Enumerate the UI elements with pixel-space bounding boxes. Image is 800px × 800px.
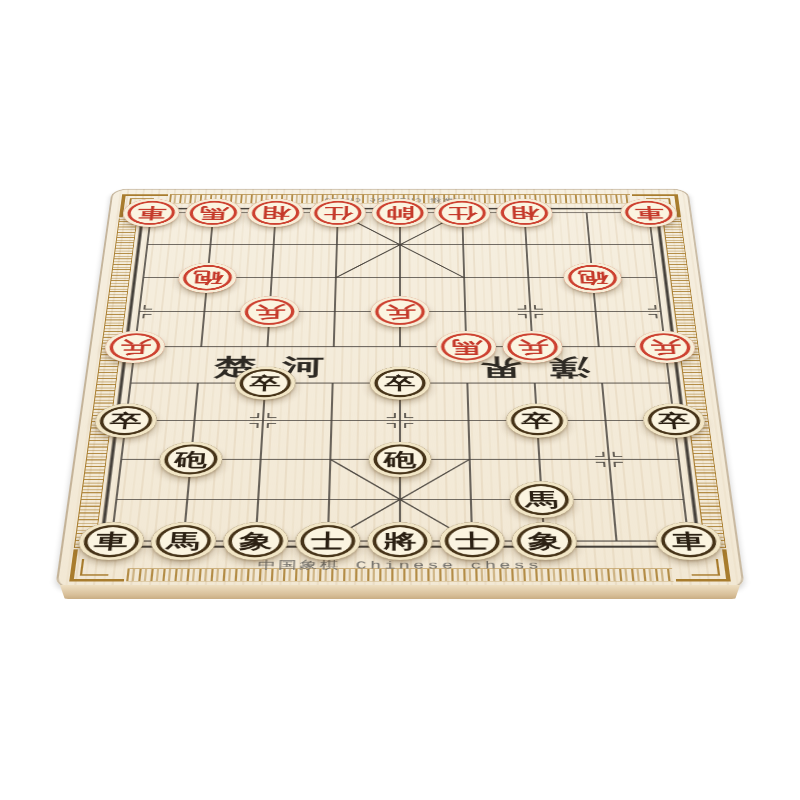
piece-top-face: 兵 <box>239 296 299 327</box>
piece-character: 車 <box>136 206 167 221</box>
piece-top-face: 砲 <box>177 263 237 293</box>
piece-top-face: 馬 <box>436 331 496 363</box>
piece-character: 相 <box>510 206 540 221</box>
piece-top-face: 仕 <box>309 199 366 227</box>
piece-top-face: 車 <box>619 199 678 227</box>
piece-top-face: 帥 <box>372 199 428 227</box>
piece-character: 帥 <box>386 206 415 221</box>
piece-character: 車 <box>634 206 665 221</box>
piece-red-elephant-f3r0[interactable]: 相 <box>247 199 304 227</box>
piece-red-soldier-f9r4[interactable]: 兵 <box>634 331 697 363</box>
board-front-edge <box>60 585 740 599</box>
piece-top-face: 兵 <box>103 331 166 363</box>
piece-red-soldier-f3r3[interactable]: 兵 <box>239 296 299 327</box>
piece-character: 兵 <box>385 304 415 320</box>
piece-red-horse-f2r0[interactable]: 馬 <box>184 199 242 227</box>
photo-scene: 楚河 漢界 中国象棋Chinese chess 中国象棋Chinese ches… <box>0 0 800 800</box>
piece-character: 相 <box>261 206 291 221</box>
piece-top-face: 兵 <box>371 296 430 327</box>
piece-red-cannon-f2r2[interactable]: 砲 <box>177 263 237 293</box>
caption-en: Chinese chess <box>355 559 542 571</box>
piece-top-face: 仕 <box>434 199 491 227</box>
piece-character: 兵 <box>517 339 549 356</box>
piece-character: 兵 <box>649 339 682 356</box>
piece-character: 兵 <box>119 339 152 356</box>
piece-top-face: 相 <box>247 199 304 227</box>
piece-red-advisor-f6r0[interactable]: 仕 <box>434 199 491 227</box>
piece-character: 仕 <box>448 206 477 221</box>
piece-character: 仕 <box>323 206 352 221</box>
piece-top-face: 兵 <box>502 331 563 363</box>
piece-red-soldier-f7r4[interactable]: 兵 <box>502 331 563 363</box>
piece-top-face: 相 <box>496 199 553 227</box>
piece-red-soldier-f1r4[interactable]: 兵 <box>103 331 166 363</box>
piece-red-horse-f6r4[interactable]: 馬 <box>436 331 496 363</box>
piece-top-face: 砲 <box>563 263 623 293</box>
piece-red-soldier-f5r3[interactable]: 兵 <box>371 296 430 327</box>
piece-character: 馬 <box>451 339 482 356</box>
piece-red-advisor-f4r0[interactable]: 仕 <box>309 199 366 227</box>
piece-top-face: 車 <box>121 199 180 227</box>
piece-red-chariot-f9r0[interactable]: 車 <box>619 199 678 227</box>
board-grid-lines <box>55 189 745 590</box>
piece-red-general-f5r0[interactable]: 帥 <box>372 199 428 227</box>
piece-red-cannon-f8r2[interactable]: 砲 <box>563 263 623 293</box>
piece-red-chariot-f1r0[interactable]: 車 <box>121 199 180 227</box>
piece-character: 馬 <box>198 206 228 221</box>
piece-character: 兵 <box>254 304 285 320</box>
piece-top-face: 兵 <box>634 331 697 363</box>
piece-character: 砲 <box>192 270 223 285</box>
piece-character: 砲 <box>577 270 608 285</box>
piece-top-face: 馬 <box>184 199 242 227</box>
piece-red-elephant-f7r0[interactable]: 相 <box>496 199 553 227</box>
xiangqi-board[interactable]: 楚河 漢界 中国象棋Chinese chess 中国象棋Chinese ches… <box>55 189 745 590</box>
